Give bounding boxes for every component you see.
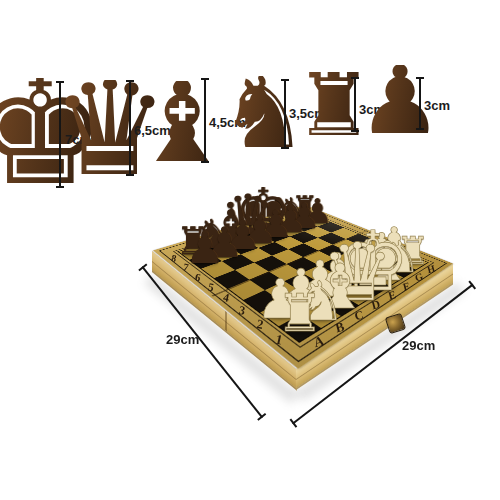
board-pieces: ♜♞♝♛♚♝♞♜♟♟♟♟♟♟♟♟♟♟♟♟♟♟♟♟♜♞♝♛♚♝♞♜ xyxy=(0,0,500,500)
board-width-label-right: 29cm xyxy=(402,338,435,353)
product-photo: ♚ 7cm ♛ 6,5cm ♝ 4,5cm ♞ 3,5cm ♜ 3cm ♟ 3c… xyxy=(0,0,500,500)
piece-white-rook-a1[interactable]: ♜ xyxy=(277,294,324,332)
piece-black-pawn-a7[interactable]: ♟ xyxy=(185,232,224,264)
chess-board-scene: ABCDEFGH12345678 ♜♞♝♛♚♝♞♜♟♟♟♟♟♟♟♟♟♟♟♟♟♟♟… xyxy=(0,0,500,500)
board-width-label-left: 29cm xyxy=(166,332,199,347)
